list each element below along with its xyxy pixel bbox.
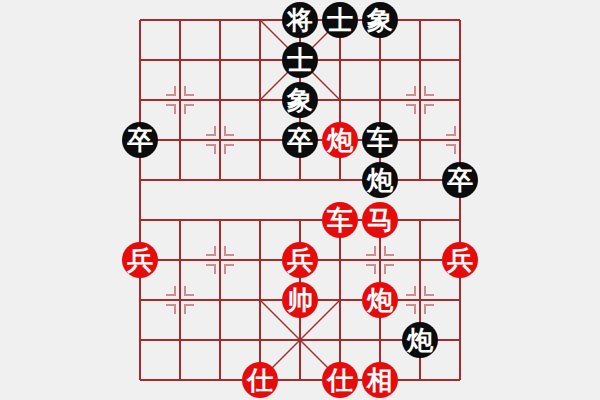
piece-black-general[interactable]: 将 — [282, 2, 318, 38]
piece-red-pawn-3[interactable]: 兵 — [442, 242, 478, 278]
piece-red-cannon-2[interactable]: 炮 — [362, 282, 398, 318]
piece-red-chariot[interactable]: 车 — [322, 202, 358, 238]
piece-red-horse[interactable]: 马 — [362, 202, 398, 238]
piece-red-advisor-1[interactable]: 仕 — [242, 362, 278, 398]
piece-black-advisor-2[interactable]: 士 — [282, 42, 318, 78]
piece-red-cannon-1[interactable]: 炮 — [322, 122, 358, 158]
piece-black-cannon-1[interactable]: 炮 — [362, 162, 398, 198]
piece-red-pawn-1[interactable]: 兵 — [122, 242, 158, 278]
piece-black-elephant-2[interactable]: 象 — [282, 82, 318, 118]
piece-black-advisor-1[interactable]: 士 — [322, 2, 358, 38]
piece-black-elephant-1[interactable]: 象 — [362, 2, 398, 38]
piece-black-pawn-3[interactable]: 卒 — [442, 162, 478, 198]
piece-red-elephant[interactable]: 相 — [362, 362, 398, 398]
piece-black-cannon-2[interactable]: 炮 — [402, 322, 438, 358]
piece-black-chariot[interactable]: 车 — [362, 122, 398, 158]
piece-red-general[interactable]: 帅 — [282, 282, 318, 318]
xiangqi-app: 将士象士象卒卒炮车炮卒车马兵兵兵帅炮炮仕仕相 — [0, 0, 600, 400]
piece-red-advisor-2[interactable]: 仕 — [322, 362, 358, 398]
xiangqi-board[interactable]: 将士象士象卒卒炮车炮卒车马兵兵兵帅炮炮仕仕相 — [120, 0, 480, 400]
piece-black-pawn-1[interactable]: 卒 — [122, 122, 158, 158]
piece-red-pawn-2[interactable]: 兵 — [282, 242, 318, 278]
piece-black-pawn-2[interactable]: 卒 — [282, 122, 318, 158]
